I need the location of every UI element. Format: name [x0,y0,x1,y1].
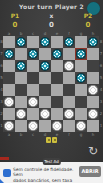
file-label: a [3,132,15,137]
ad-text: Sem controle de fidelidade. Sem dados ba… [13,167,75,183]
square-h7[interactable] [87,48,99,60]
square-b3[interactable] [15,96,27,108]
board-grid [3,36,99,132]
square-h2[interactable] [87,108,99,120]
square-g4[interactable] [75,84,87,96]
square-c8[interactable] [27,36,39,48]
square-d1[interactable] [39,120,51,132]
square-e8[interactable] [51,36,63,48]
teal-piece[interactable] [16,61,26,71]
rank-label: 3 [99,96,103,108]
square-e7[interactable] [51,48,63,60]
white-piece[interactable] [16,109,26,119]
square-c6[interactable] [27,60,39,72]
versus-panel: x 0 [41,12,63,29]
white-piece[interactable] [88,109,98,119]
square-c1[interactable] [27,120,39,132]
file-label: g [75,132,87,137]
square-a4[interactable] [3,84,15,96]
square-a7[interactable] [3,48,15,60]
square-h1[interactable] [87,120,99,132]
square-b5[interactable] [15,72,27,84]
rank-label: 2 [99,108,103,120]
square-h8[interactable] [87,36,99,48]
square-g6[interactable] [75,60,87,72]
rank-label: 6 [99,60,103,72]
white-piece[interactable] [64,61,74,71]
rank-label: 7 [99,48,103,60]
square-c7[interactable] [27,48,39,60]
rank-label: 8 [99,36,103,48]
teal-piece[interactable] [40,37,50,47]
square-b6[interactable] [15,60,27,72]
square-g7[interactable] [75,48,87,60]
teal-piece[interactable] [88,37,98,47]
replay-icon[interactable]: ↻ [86,144,100,158]
square-d6[interactable] [39,60,51,72]
square-f3[interactable] [63,96,75,108]
file-label: b [15,132,27,137]
player1-score-panel: P1 0 [4,12,26,29]
square-c2[interactable] [27,108,39,120]
square-b2[interactable] [15,108,27,120]
yellow-square-icon [46,137,51,143]
square-f6[interactable] [63,60,75,72]
file-label: h [87,132,99,137]
square-f1[interactable] [63,120,75,132]
rank-label: 4 [99,84,103,96]
teal-piece[interactable] [40,61,50,71]
square-d8[interactable] [39,36,51,48]
rank-labels-right: 87654321 [99,36,103,132]
square-e4[interactable] [51,84,63,96]
file-label: f [63,132,75,137]
teal-piece[interactable] [64,37,74,47]
teal-piece[interactable] [28,49,38,59]
square-g3[interactable] [75,96,87,108]
square-c4[interactable] [27,84,39,96]
square-a6[interactable] [3,60,15,72]
square-f2[interactable] [63,108,75,120]
square-f4[interactable] [63,84,75,96]
square-h3[interactable] [87,96,99,108]
square-b8[interactable] [15,36,27,48]
ad-text-line2: dados bancários, sem taxa de adesão. [13,178,75,183]
square-a5[interactable] [3,72,15,84]
square-a1[interactable] [3,120,15,132]
teal-piece[interactable] [76,49,86,59]
square-h4[interactable] [87,84,99,96]
file-label: c [27,132,39,137]
white-piece[interactable] [4,121,14,131]
rank-label: 1 [99,120,103,132]
white-piece[interactable] [76,121,86,131]
captured-pieces-icon [46,137,57,143]
square-d2[interactable] [39,108,51,120]
square-h5[interactable] [87,72,99,84]
square-g8[interactable] [75,36,87,48]
square-a3[interactable] [3,96,15,108]
white-piece[interactable] [4,97,14,107]
square-a2[interactable] [3,108,15,120]
white-piece[interactable] [28,121,38,131]
square-h6[interactable] [87,60,99,72]
square-e3[interactable] [51,96,63,108]
square-f7[interactable] [63,48,75,60]
square-d3[interactable] [39,96,51,108]
rank-label: 5 [99,72,103,84]
ad-text-line1: Sem controle de fidelidade. Sem [13,167,75,178]
white-piece[interactable] [64,109,74,119]
square-b1[interactable] [15,120,27,132]
white-piece[interactable] [40,109,50,119]
teal-piece[interactable] [4,49,14,59]
player2-score: 0 [77,21,99,29]
square-g1[interactable] [75,120,87,132]
teal-piece[interactable] [16,37,26,47]
square-d5[interactable] [39,72,51,84]
draws-score: 0 [41,21,63,29]
white-piece[interactable] [28,97,38,107]
square-c5[interactable] [27,72,39,84]
square-b4[interactable] [15,84,27,96]
checkers-app: Your turn Player 2 P1 0 x 0 P2 0 abcdefg… [0,0,103,183]
square-g5[interactable] [75,72,87,84]
square-e5[interactable] [51,72,63,84]
player2-label: P2 [77,12,99,19]
square-e2[interactable] [51,108,63,120]
white-piece[interactable] [52,121,62,131]
adchoices-icon [0,179,4,183]
ad-banner[interactable]: Test Ad Sem controle de fidelidade. Sem … [0,162,103,183]
ad-logo-icon [3,169,11,177]
square-b7[interactable] [15,48,27,60]
ad-open-button[interactable]: ABRIR [79,166,101,177]
square-e1[interactable] [51,120,63,132]
player2-score-panel: P2 0 [77,12,99,29]
test-ad-badge: Test Ad [42,158,60,165]
square-c3[interactable] [27,96,39,108]
square-d4[interactable] [39,84,51,96]
teal-piece[interactable] [52,49,62,59]
square-f5[interactable] [63,72,75,84]
square-e6[interactable] [51,60,63,72]
versus-label: x [41,12,63,19]
square-a8[interactable] [3,36,15,48]
yellow-square-icon [52,137,57,143]
player1-score: 0 [4,21,26,29]
red-marker [0,157,9,160]
player1-label: P1 [4,12,26,19]
square-g2[interactable] [75,108,87,120]
teal-piece[interactable] [76,73,86,83]
white-piece[interactable] [88,85,98,95]
square-f8[interactable] [63,36,75,48]
square-d7[interactable] [39,48,51,60]
